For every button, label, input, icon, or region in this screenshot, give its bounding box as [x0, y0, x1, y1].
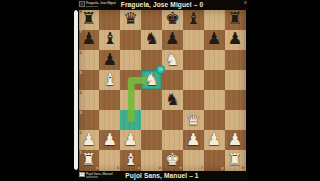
pieces-layer: ♜♛♚♝♜♟♝♞♟♟♟♟♞♝♞♞♛♟♟♟♟♟♟♜♝♚♜: [79, 10, 246, 171]
piece-white-rook-h1[interactable]: ♜: [225, 150, 246, 170]
piece-white-pawn-h2[interactable]: ♟: [225, 130, 246, 150]
bottom-player-title: Pujol Sans, Manuel – 1: [79, 172, 246, 179]
top-banner: ♟ Fraguela, Jose Miguel Fraguela, Jose M…: [78, 0, 248, 10]
piece-black-knight-d7[interactable]: ♞: [141, 30, 162, 50]
piece-black-pawn-e7[interactable]: ♟: [162, 30, 183, 50]
piece-white-pawn-b2[interactable]: ♟: [99, 130, 120, 150]
piece-white-pawn-c2[interactable]: ♟: [120, 130, 141, 150]
evaluation-bar-white-fill: [74, 10, 78, 170]
piece-black-rook-a8[interactable]: ♜: [79, 10, 100, 30]
piece-black-queen-c8[interactable]: ♛: [120, 10, 141, 30]
piece-black-pawn-a7[interactable]: ♟: [79, 30, 100, 50]
piece-black-pawn-g7[interactable]: ♟: [204, 30, 225, 50]
piece-black-king-e8[interactable]: ♚: [162, 10, 183, 30]
piece-white-queen-f3[interactable]: ♛: [183, 110, 204, 130]
video-frame: ♟ Fraguela, Jose Miguel Fraguela, Jose M…: [0, 0, 320, 180]
piece-white-rook-a1[interactable]: ♜: [79, 150, 100, 170]
piece-black-bishop-f8[interactable]: ♝: [183, 10, 204, 30]
piece-black-rook-h8[interactable]: ♜: [225, 10, 246, 30]
piece-black-pawn-b6[interactable]: ♟: [99, 50, 120, 70]
piece-white-pawn-g2[interactable]: ♟: [204, 130, 225, 150]
piece-white-king-e1[interactable]: ♚: [162, 150, 183, 170]
piece-black-knight-e4[interactable]: ♞: [162, 90, 183, 110]
piece-white-bishop-c1[interactable]: ♝: [120, 150, 141, 170]
evaluation-bar: [74, 10, 78, 170]
piece-white-bishop-b5[interactable]: ♝: [99, 70, 120, 90]
piece-white-knight-e6[interactable]: ♞: [162, 50, 183, 70]
top-player-title: Fraguela, Jose Miguel – 0: [79, 1, 246, 8]
piece-white-pawn-f2[interactable]: ♟: [183, 130, 204, 150]
piece-white-pawn-a2[interactable]: ♟: [79, 130, 100, 150]
piece-black-bishop-b7[interactable]: ♝: [99, 30, 120, 50]
chess-board: 87654321abcdefgh ♜♛♚♝♜♟♝♞♟♟♟♟♞♝♞♞♛♟♟♟♟♟♟…: [79, 10, 246, 171]
corner-mark: a: [244, 1, 247, 6]
bottom-banner: ♟ Pujol Sans, Manuel Pujol Sans, Manuel …: [78, 171, 248, 181]
piece-black-pawn-h7[interactable]: ♟: [225, 30, 246, 50]
